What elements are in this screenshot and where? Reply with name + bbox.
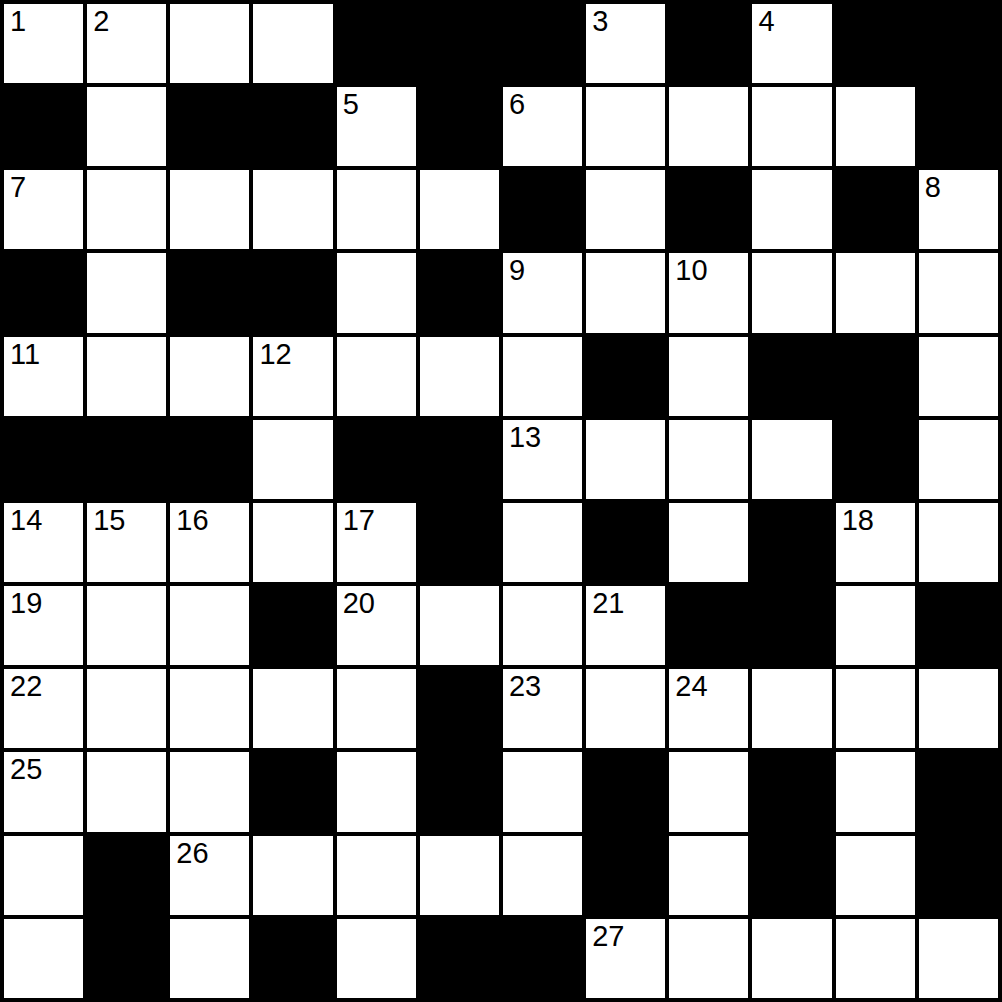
black-cell bbox=[85, 917, 168, 1000]
black-cell bbox=[584, 335, 667, 418]
white-cell[interactable]: 17 bbox=[335, 501, 418, 584]
black-cell bbox=[501, 917, 584, 1000]
black-cell bbox=[834, 335, 917, 418]
white-cell[interactable]: 18 bbox=[834, 501, 917, 584]
white-cell[interactable] bbox=[501, 335, 584, 418]
white-cell[interactable] bbox=[834, 667, 917, 750]
black-cell bbox=[251, 251, 334, 334]
white-cell[interactable] bbox=[251, 418, 334, 501]
white-cell[interactable] bbox=[834, 917, 917, 1000]
clue-number: 23 bbox=[509, 671, 541, 701]
black-cell bbox=[917, 584, 1000, 667]
black-cell bbox=[418, 2, 501, 85]
black-cell bbox=[418, 501, 501, 584]
black-cell bbox=[418, 85, 501, 168]
clue-number: 22 bbox=[10, 671, 42, 701]
white-cell[interactable]: 4 bbox=[750, 2, 833, 85]
black-cell bbox=[168, 85, 251, 168]
clue-number: 5 bbox=[343, 89, 359, 119]
clue-number: 10 bbox=[675, 255, 707, 285]
black-cell bbox=[917, 750, 1000, 833]
white-cell[interactable]: 22 bbox=[2, 667, 85, 750]
white-cell[interactable] bbox=[418, 834, 501, 917]
black-cell bbox=[2, 85, 85, 168]
white-cell[interactable] bbox=[335, 251, 418, 334]
white-cell[interactable] bbox=[917, 418, 1000, 501]
white-cell[interactable] bbox=[168, 584, 251, 667]
black-cell bbox=[251, 85, 334, 168]
clue-number: 26 bbox=[176, 838, 208, 868]
black-cell bbox=[2, 418, 85, 501]
black-cell bbox=[251, 584, 334, 667]
white-cell[interactable]: 1 bbox=[2, 2, 85, 85]
white-cell[interactable] bbox=[750, 168, 833, 251]
white-cell[interactable] bbox=[917, 251, 1000, 334]
white-cell[interactable] bbox=[335, 750, 418, 833]
black-cell bbox=[584, 750, 667, 833]
white-cell[interactable]: 21 bbox=[584, 584, 667, 667]
black-cell bbox=[584, 834, 667, 917]
black-cell bbox=[834, 168, 917, 251]
black-cell bbox=[834, 2, 917, 85]
white-cell[interactable] bbox=[85, 335, 168, 418]
white-cell[interactable] bbox=[168, 335, 251, 418]
white-cell[interactable] bbox=[834, 750, 917, 833]
black-cell bbox=[917, 85, 1000, 168]
white-cell[interactable] bbox=[418, 335, 501, 418]
white-cell[interactable] bbox=[501, 501, 584, 584]
white-cell[interactable]: 19 bbox=[2, 584, 85, 667]
white-cell[interactable] bbox=[667, 335, 750, 418]
white-cell[interactable] bbox=[418, 584, 501, 667]
crossword-board: 1234567891011121314151617181920212223242… bbox=[0, 0, 1002, 1002]
black-cell bbox=[750, 584, 833, 667]
white-cell[interactable] bbox=[584, 251, 667, 334]
white-cell[interactable] bbox=[251, 834, 334, 917]
white-cell[interactable]: 16 bbox=[168, 501, 251, 584]
white-cell[interactable]: 12 bbox=[251, 335, 334, 418]
white-cell[interactable]: 24 bbox=[667, 667, 750, 750]
clue-number: 4 bbox=[758, 6, 774, 36]
white-cell[interactable] bbox=[667, 418, 750, 501]
white-cell[interactable]: 2 bbox=[85, 2, 168, 85]
clue-number: 21 bbox=[592, 588, 624, 618]
white-cell[interactable] bbox=[168, 917, 251, 1000]
black-cell bbox=[418, 750, 501, 833]
white-cell[interactable]: 3 bbox=[584, 2, 667, 85]
white-cell[interactable]: 13 bbox=[501, 418, 584, 501]
white-cell[interactable]: 7 bbox=[2, 168, 85, 251]
clue-number: 27 bbox=[592, 921, 624, 951]
clue-number: 15 bbox=[93, 505, 125, 535]
clue-number: 1 bbox=[10, 6, 26, 36]
white-cell[interactable] bbox=[667, 501, 750, 584]
white-cell[interactable] bbox=[501, 750, 584, 833]
black-cell bbox=[750, 501, 833, 584]
black-cell bbox=[750, 834, 833, 917]
white-cell[interactable] bbox=[667, 917, 750, 1000]
black-cell bbox=[418, 251, 501, 334]
white-cell[interactable] bbox=[750, 85, 833, 168]
white-cell[interactable] bbox=[917, 501, 1000, 584]
white-cell[interactable]: 9 bbox=[501, 251, 584, 334]
white-cell[interactable] bbox=[834, 85, 917, 168]
white-cell[interactable]: 8 bbox=[917, 168, 1000, 251]
white-cell[interactable]: 20 bbox=[335, 584, 418, 667]
clue-number: 12 bbox=[259, 339, 291, 369]
white-cell[interactable] bbox=[501, 834, 584, 917]
clue-number: 16 bbox=[176, 505, 208, 535]
black-cell bbox=[335, 418, 418, 501]
white-cell[interactable] bbox=[168, 750, 251, 833]
white-cell[interactable]: 15 bbox=[85, 501, 168, 584]
clue-number: 9 bbox=[509, 255, 525, 285]
clue-number: 11 bbox=[10, 339, 40, 369]
white-cell[interactable] bbox=[584, 168, 667, 251]
black-cell bbox=[168, 418, 251, 501]
black-cell bbox=[667, 584, 750, 667]
white-cell[interactable]: 14 bbox=[2, 501, 85, 584]
black-cell bbox=[917, 834, 1000, 917]
white-cell[interactable] bbox=[168, 667, 251, 750]
white-cell[interactable] bbox=[85, 168, 168, 251]
clue-number: 19 bbox=[10, 588, 42, 618]
clue-number: 3 bbox=[592, 6, 608, 36]
white-cell[interactable]: 25 bbox=[2, 750, 85, 833]
white-cell[interactable] bbox=[2, 917, 85, 1000]
white-cell[interactable] bbox=[335, 917, 418, 1000]
white-cell[interactable]: 27 bbox=[584, 917, 667, 1000]
black-cell bbox=[418, 917, 501, 1000]
clue-number: 14 bbox=[10, 505, 42, 535]
white-cell[interactable] bbox=[251, 2, 334, 85]
white-cell[interactable] bbox=[168, 168, 251, 251]
black-cell bbox=[168, 251, 251, 334]
black-cell bbox=[584, 501, 667, 584]
white-cell[interactable] bbox=[85, 667, 168, 750]
white-cell[interactable] bbox=[667, 85, 750, 168]
black-cell bbox=[2, 251, 85, 334]
white-cell[interactable]: 23 bbox=[501, 667, 584, 750]
white-cell[interactable] bbox=[834, 584, 917, 667]
black-cell bbox=[750, 335, 833, 418]
black-cell bbox=[85, 418, 168, 501]
white-cell[interactable] bbox=[85, 584, 168, 667]
white-cell[interactable] bbox=[168, 2, 251, 85]
clue-number: 13 bbox=[509, 422, 541, 452]
white-cell[interactable] bbox=[667, 750, 750, 833]
clue-number: 2 bbox=[93, 6, 109, 36]
white-cell[interactable]: 10 bbox=[667, 251, 750, 334]
clue-number: 20 bbox=[343, 588, 375, 618]
white-cell[interactable] bbox=[85, 251, 168, 334]
white-cell[interactable] bbox=[251, 501, 334, 584]
white-cell[interactable]: 5 bbox=[335, 85, 418, 168]
black-cell bbox=[251, 750, 334, 833]
white-cell[interactable] bbox=[834, 834, 917, 917]
black-cell bbox=[335, 2, 418, 85]
black-cell bbox=[667, 2, 750, 85]
white-cell[interactable] bbox=[584, 667, 667, 750]
black-cell bbox=[501, 168, 584, 251]
white-cell[interactable] bbox=[917, 667, 1000, 750]
white-cell[interactable] bbox=[251, 667, 334, 750]
white-cell[interactable] bbox=[418, 168, 501, 251]
black-cell bbox=[834, 418, 917, 501]
white-cell[interactable] bbox=[335, 834, 418, 917]
white-cell[interactable]: 11 bbox=[2, 335, 85, 418]
clue-number: 24 bbox=[675, 671, 707, 701]
white-cell[interactable] bbox=[584, 85, 667, 168]
clue-number: 25 bbox=[10, 754, 42, 784]
black-cell bbox=[418, 418, 501, 501]
white-cell[interactable] bbox=[750, 251, 833, 334]
clue-number: 8 bbox=[925, 172, 941, 202]
black-cell bbox=[85, 834, 168, 917]
white-cell[interactable]: 26 bbox=[168, 834, 251, 917]
white-cell[interactable]: 6 bbox=[501, 85, 584, 168]
white-cell[interactable] bbox=[85, 750, 168, 833]
black-cell bbox=[917, 2, 1000, 85]
black-cell bbox=[501, 2, 584, 85]
white-cell[interactable] bbox=[2, 834, 85, 917]
white-cell[interactable] bbox=[917, 335, 1000, 418]
white-cell[interactable] bbox=[335, 335, 418, 418]
black-cell bbox=[750, 750, 833, 833]
white-cell[interactable] bbox=[750, 418, 833, 501]
white-cell[interactable] bbox=[85, 85, 168, 168]
black-cell bbox=[418, 667, 501, 750]
white-cell[interactable] bbox=[834, 251, 917, 334]
clue-number: 7 bbox=[10, 172, 26, 202]
black-cell bbox=[667, 168, 750, 251]
white-cell[interactable] bbox=[501, 584, 584, 667]
black-cell bbox=[251, 917, 334, 1000]
clue-number: 6 bbox=[509, 89, 525, 119]
clue-number: 17 bbox=[343, 505, 375, 535]
white-cell[interactable] bbox=[917, 917, 1000, 1000]
white-cell[interactable] bbox=[335, 667, 418, 750]
clue-number: 18 bbox=[842, 505, 874, 535]
white-cell[interactable] bbox=[251, 168, 334, 251]
white-cell[interactable] bbox=[335, 168, 418, 251]
white-cell[interactable] bbox=[750, 917, 833, 1000]
white-cell[interactable] bbox=[667, 834, 750, 917]
white-cell[interactable] bbox=[750, 667, 833, 750]
white-cell[interactable] bbox=[584, 418, 667, 501]
